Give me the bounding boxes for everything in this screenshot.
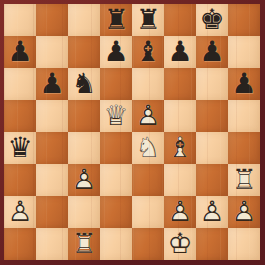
white-rook-outline-icon: ♖ (68, 228, 100, 260)
square-h8[interactable] (228, 4, 260, 36)
square-d5[interactable]: ♛♕ (100, 100, 132, 132)
white-pawn-outline-icon: ♙ (132, 100, 164, 132)
square-b6[interactable]: ♟ (36, 68, 68, 100)
square-f4[interactable]: ♝♗ (164, 132, 196, 164)
piece-black-pawn: ♟ (196, 36, 228, 68)
square-b1[interactable] (36, 228, 68, 260)
square-c7[interactable] (68, 36, 100, 68)
piece-black-pawn: ♟ (228, 68, 260, 100)
black-pawn-icon: ♟ (196, 36, 228, 68)
white-pawn-outline-icon: ♙ (196, 196, 228, 228)
square-e2[interactable] (132, 196, 164, 228)
square-g4[interactable] (196, 132, 228, 164)
piece-white-king: ♚♔ (164, 228, 196, 260)
square-h4[interactable] (228, 132, 260, 164)
square-b8[interactable] (36, 4, 68, 36)
chess-board: ♜♜♚♟♟♝♟♟♟♞♟♛♕♟♙♛♞♘♝♗♟♙♜♖♟♙♟♙♟♙♟♙♜♖♚♔ (4, 4, 260, 260)
white-king-outline-icon: ♔ (164, 228, 196, 260)
square-f6[interactable] (164, 68, 196, 100)
square-g3[interactable] (196, 164, 228, 196)
square-c4[interactable] (68, 132, 100, 164)
square-f3[interactable] (164, 164, 196, 196)
piece-black-king: ♚ (196, 4, 228, 36)
black-rook-icon: ♜ (100, 4, 132, 36)
black-bishop-icon: ♝ (132, 36, 164, 68)
chess-board-frame: ♜♜♚♟♟♝♟♟♟♞♟♛♕♟♙♛♞♘♝♗♟♙♜♖♟♙♟♙♟♙♟♙♜♖♚♔ (0, 0, 265, 265)
square-c5[interactable] (68, 100, 100, 132)
square-g7[interactable]: ♟ (196, 36, 228, 68)
black-king-icon: ♚ (196, 4, 228, 36)
square-b7[interactable] (36, 36, 68, 68)
white-queen-outline-icon: ♕ (100, 100, 132, 132)
piece-white-knight: ♞♘ (132, 132, 164, 164)
square-h6[interactable]: ♟ (228, 68, 260, 100)
black-pawn-icon: ♟ (4, 36, 36, 68)
square-e8[interactable]: ♜ (132, 4, 164, 36)
square-a6[interactable] (4, 68, 36, 100)
black-pawn-icon: ♟ (100, 36, 132, 68)
piece-black-bishop: ♝ (132, 36, 164, 68)
white-rook-outline-icon: ♖ (228, 164, 260, 196)
square-a4[interactable]: ♛ (4, 132, 36, 164)
square-f5[interactable] (164, 100, 196, 132)
piece-white-pawn: ♟♙ (132, 100, 164, 132)
square-g8[interactable]: ♚ (196, 4, 228, 36)
square-e1[interactable] (132, 228, 164, 260)
square-h1[interactable] (228, 228, 260, 260)
piece-black-rook: ♜ (100, 4, 132, 36)
square-e6[interactable] (132, 68, 164, 100)
square-c3[interactable]: ♟♙ (68, 164, 100, 196)
white-pawn-outline-icon: ♙ (4, 196, 36, 228)
square-h3[interactable]: ♜♖ (228, 164, 260, 196)
square-c6[interactable]: ♞ (68, 68, 100, 100)
square-c8[interactable] (68, 4, 100, 36)
square-g6[interactable] (196, 68, 228, 100)
piece-black-pawn: ♟ (4, 36, 36, 68)
black-knight-icon: ♞ (68, 68, 100, 100)
square-h5[interactable] (228, 100, 260, 132)
piece-white-pawn: ♟♙ (4, 196, 36, 228)
square-e3[interactable] (132, 164, 164, 196)
square-d7[interactable]: ♟ (100, 36, 132, 68)
square-f8[interactable] (164, 4, 196, 36)
square-h7[interactable] (228, 36, 260, 68)
square-f7[interactable]: ♟ (164, 36, 196, 68)
square-d3[interactable] (100, 164, 132, 196)
white-pawn-outline-icon: ♙ (164, 196, 196, 228)
square-d2[interactable] (100, 196, 132, 228)
square-b2[interactable] (36, 196, 68, 228)
square-a2[interactable]: ♟♙ (4, 196, 36, 228)
square-d1[interactable] (100, 228, 132, 260)
square-a5[interactable] (4, 100, 36, 132)
square-f2[interactable]: ♟♙ (164, 196, 196, 228)
square-a8[interactable] (4, 4, 36, 36)
piece-black-pawn: ♟ (100, 36, 132, 68)
square-b5[interactable] (36, 100, 68, 132)
square-c2[interactable] (68, 196, 100, 228)
square-f1[interactable]: ♚♔ (164, 228, 196, 260)
square-b3[interactable] (36, 164, 68, 196)
piece-white-queen: ♛♕ (100, 100, 132, 132)
black-pawn-icon: ♟ (164, 36, 196, 68)
square-a1[interactable] (4, 228, 36, 260)
piece-white-pawn: ♟♙ (68, 164, 100, 196)
square-h2[interactable]: ♟♙ (228, 196, 260, 228)
piece-white-pawn: ♟♙ (196, 196, 228, 228)
white-knight-outline-icon: ♘ (132, 132, 164, 164)
square-a7[interactable]: ♟ (4, 36, 36, 68)
black-pawn-icon: ♟ (228, 68, 260, 100)
piece-white-rook: ♜♖ (228, 164, 260, 196)
white-pawn-outline-icon: ♙ (228, 196, 260, 228)
piece-black-queen: ♛ (4, 132, 36, 164)
square-e5[interactable]: ♟♙ (132, 100, 164, 132)
piece-white-bishop: ♝♗ (164, 132, 196, 164)
piece-black-rook: ♜ (132, 4, 164, 36)
black-pawn-icon: ♟ (36, 68, 68, 100)
square-b4[interactable] (36, 132, 68, 164)
piece-white-pawn: ♟♙ (228, 196, 260, 228)
square-e7[interactable]: ♝ (132, 36, 164, 68)
square-e4[interactable]: ♞♘ (132, 132, 164, 164)
white-bishop-outline-icon: ♗ (164, 132, 196, 164)
square-g5[interactable] (196, 100, 228, 132)
piece-black-knight: ♞ (68, 68, 100, 100)
black-rook-icon: ♜ (132, 4, 164, 36)
piece-black-pawn: ♟ (164, 36, 196, 68)
piece-white-rook: ♜♖ (68, 228, 100, 260)
square-d8[interactable]: ♜ (100, 4, 132, 36)
white-pawn-outline-icon: ♙ (68, 164, 100, 196)
square-d6[interactable] (100, 68, 132, 100)
square-a3[interactable] (4, 164, 36, 196)
square-g1[interactable] (196, 228, 228, 260)
piece-black-pawn: ♟ (36, 68, 68, 100)
piece-white-pawn: ♟♙ (164, 196, 196, 228)
black-queen-icon: ♛ (4, 132, 36, 164)
square-d4[interactable] (100, 132, 132, 164)
square-g2[interactable]: ♟♙ (196, 196, 228, 228)
square-c1[interactable]: ♜♖ (68, 228, 100, 260)
